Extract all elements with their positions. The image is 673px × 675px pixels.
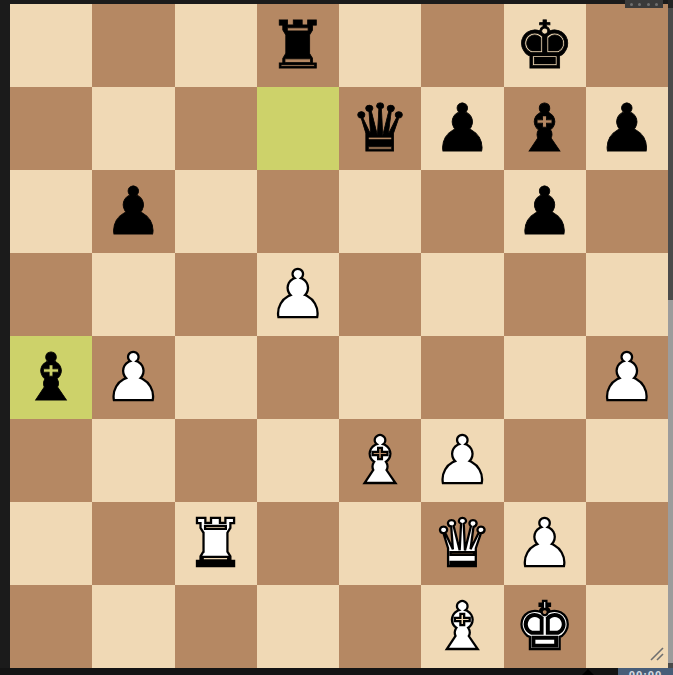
square-h7[interactable]: ♟	[586, 87, 668, 170]
top-border	[0, 0, 673, 4]
piece-white-rook[interactable]: ♜	[175, 502, 257, 585]
board-resize-handle-icon[interactable]	[644, 641, 664, 661]
square-b6[interactable]: ♟	[92, 170, 174, 253]
piece-black-bishop[interactable]: ♝	[10, 336, 92, 419]
square-b4[interactable]: ♟	[92, 336, 174, 419]
piece-white-pawn[interactable]: ♟	[586, 336, 668, 419]
window-tools[interactable]	[625, 0, 663, 8]
square-a1[interactable]	[10, 585, 92, 668]
square-e4[interactable]	[339, 336, 421, 419]
square-b5[interactable]	[92, 253, 174, 336]
piece-white-pawn[interactable]: ♟	[92, 336, 174, 419]
piece-black-pawn[interactable]: ♟	[421, 87, 503, 170]
square-h8[interactable]	[586, 4, 668, 87]
square-c1[interactable]	[175, 585, 257, 668]
square-d3[interactable]	[257, 419, 339, 502]
square-e8[interactable]	[339, 4, 421, 87]
square-g3[interactable]	[504, 419, 586, 502]
piece-black-rook[interactable]: ♜	[257, 4, 339, 87]
square-c5[interactable]	[175, 253, 257, 336]
square-d5[interactable]: ♟	[257, 253, 339, 336]
square-h3[interactable]	[586, 419, 668, 502]
cursor-triangle-icon	[582, 669, 594, 675]
square-g7[interactable]: ♝	[504, 87, 586, 170]
square-e6[interactable]	[339, 170, 421, 253]
piece-white-bishop[interactable]: ♝	[339, 419, 421, 502]
square-f1[interactable]: ♝	[421, 585, 503, 668]
piece-black-queen[interactable]: ♛	[339, 87, 421, 170]
square-a6[interactable]	[10, 170, 92, 253]
piece-black-king[interactable]: ♚	[504, 4, 586, 87]
clock-badge: 00:00	[618, 668, 673, 675]
piece-white-king[interactable]: ♚	[504, 585, 586, 668]
square-f8[interactable]	[421, 4, 503, 87]
square-f7[interactable]: ♟	[421, 87, 503, 170]
square-h6[interactable]	[586, 170, 668, 253]
square-b7[interactable]	[92, 87, 174, 170]
ellipsis-dot-icon	[638, 3, 641, 6]
square-b1[interactable]	[92, 585, 174, 668]
square-c6[interactable]	[175, 170, 257, 253]
square-h5[interactable]	[586, 253, 668, 336]
square-b8[interactable]	[92, 4, 174, 87]
piece-white-pawn[interactable]: ♟	[257, 253, 339, 336]
square-c7[interactable]	[175, 87, 257, 170]
square-d8[interactable]: ♜	[257, 4, 339, 87]
left-border	[0, 0, 10, 675]
square-g8[interactable]: ♚	[504, 4, 586, 87]
square-d1[interactable]	[257, 585, 339, 668]
piece-black-pawn[interactable]: ♟	[504, 170, 586, 253]
piece-white-queen[interactable]: ♛	[421, 502, 503, 585]
square-c3[interactable]	[175, 419, 257, 502]
square-a2[interactable]	[10, 502, 92, 585]
square-g4[interactable]	[504, 336, 586, 419]
square-f3[interactable]: ♟	[421, 419, 503, 502]
square-e2[interactable]	[339, 502, 421, 585]
chess-board[interactable]: ♜♚♛♟♝♟♟♟♟♝♟♟♝♟♜♛♟♝♚	[10, 4, 668, 668]
bottom-bar: 00:00	[0, 668, 673, 675]
square-a3[interactable]	[10, 419, 92, 502]
square-e7[interactable]: ♛	[339, 87, 421, 170]
square-f4[interactable]	[421, 336, 503, 419]
window: ♜♚♛♟♝♟♟♟♟♝♟♟♝♟♜♛♟♝♚ 00:00	[0, 0, 673, 675]
piece-black-bishop[interactable]: ♝	[504, 87, 586, 170]
square-e3[interactable]: ♝	[339, 419, 421, 502]
square-a5[interactable]	[10, 253, 92, 336]
square-e5[interactable]	[339, 253, 421, 336]
square-f5[interactable]	[421, 253, 503, 336]
square-g2[interactable]: ♟	[504, 502, 586, 585]
piece-white-pawn[interactable]: ♟	[421, 419, 503, 502]
square-e1[interactable]	[339, 585, 421, 668]
square-c4[interactable]	[175, 336, 257, 419]
square-b3[interactable]	[92, 419, 174, 502]
square-g5[interactable]	[504, 253, 586, 336]
square-d6[interactable]	[257, 170, 339, 253]
scrollbar[interactable]	[668, 0, 673, 675]
ellipsis-dot-icon	[655, 3, 658, 6]
square-d7[interactable]	[257, 87, 339, 170]
square-f6[interactable]	[421, 170, 503, 253]
ellipsis-dot-icon	[647, 3, 650, 6]
square-b2[interactable]	[92, 502, 174, 585]
square-a7[interactable]	[10, 87, 92, 170]
square-h4[interactable]: ♟	[586, 336, 668, 419]
scrollbar-thumb[interactable]	[668, 300, 673, 663]
square-a8[interactable]	[10, 4, 92, 87]
square-d4[interactable]	[257, 336, 339, 419]
square-a4[interactable]: ♝	[10, 336, 92, 419]
clock-text: 00:00	[618, 669, 673, 675]
square-g1[interactable]: ♚	[504, 585, 586, 668]
piece-white-bishop[interactable]: ♝	[421, 585, 503, 668]
piece-black-pawn[interactable]: ♟	[586, 87, 668, 170]
square-f2[interactable]: ♛	[421, 502, 503, 585]
square-g6[interactable]: ♟	[504, 170, 586, 253]
piece-white-pawn[interactable]: ♟	[504, 502, 586, 585]
square-c8[interactable]	[175, 4, 257, 87]
square-h2[interactable]	[586, 502, 668, 585]
square-c2[interactable]: ♜	[175, 502, 257, 585]
square-d2[interactable]	[257, 502, 339, 585]
ellipsis-dot-icon	[630, 3, 633, 6]
piece-black-pawn[interactable]: ♟	[92, 170, 174, 253]
